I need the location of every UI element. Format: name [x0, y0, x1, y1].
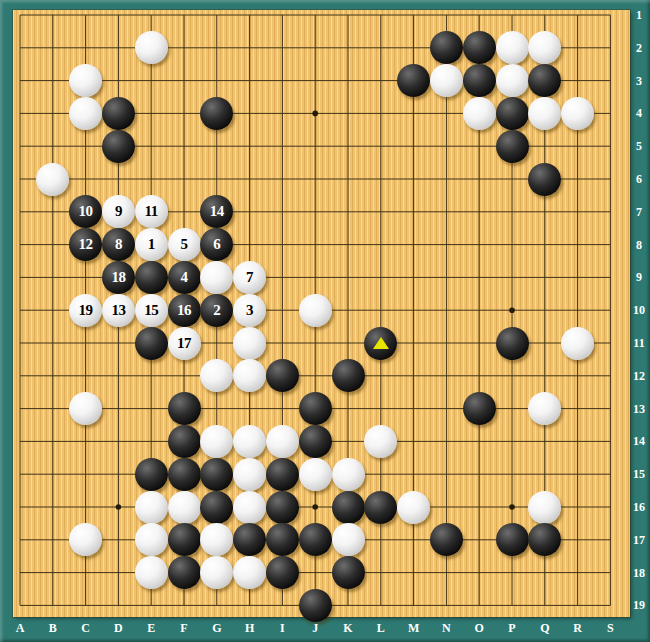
stone-D9[interactable]: 18: [102, 261, 135, 294]
column-label-P: P: [503, 618, 521, 638]
stone-B6[interactable]: [36, 163, 69, 196]
column-label-J: J: [306, 618, 324, 638]
go-board-app: 10911141281561847191315162317 ABCDEFGHIJ…: [0, 0, 650, 642]
move-number: 2: [213, 303, 220, 318]
stone-C10[interactable]: 19: [69, 294, 102, 327]
stone-L16[interactable]: [364, 491, 397, 524]
move-number: 7: [246, 270, 253, 285]
stone-E2[interactable]: [135, 31, 168, 64]
stone-O3[interactable]: [463, 64, 496, 97]
move-number: 16: [177, 303, 191, 318]
stone-F18[interactable]: [168, 556, 201, 589]
row-label-12: 12: [630, 368, 648, 384]
stone-E15[interactable]: [135, 458, 168, 491]
stone-J14[interactable]: [299, 425, 332, 458]
column-label-C: C: [77, 618, 95, 638]
column-label-D: D: [109, 618, 127, 638]
stone-F14[interactable]: [168, 425, 201, 458]
row-label-11: 11: [630, 335, 648, 351]
stone-I12[interactable]: [266, 359, 299, 392]
column-label-L: L: [372, 618, 390, 638]
row-label-16: 16: [630, 499, 648, 515]
stone-O4[interactable]: [463, 97, 496, 130]
move-number: 6: [213, 237, 220, 252]
move-number: 1: [148, 237, 155, 252]
stone-Q4[interactable]: [528, 97, 561, 130]
stone-N2[interactable]: [430, 31, 463, 64]
stone-O2[interactable]: [463, 31, 496, 64]
stone-E11[interactable]: [135, 327, 168, 360]
stone-F8[interactable]: 5: [168, 228, 201, 261]
stone-G14[interactable]: [200, 425, 233, 458]
column-label-M: M: [405, 618, 423, 638]
row-label-8: 8: [630, 237, 648, 253]
stone-E7[interactable]: 11: [135, 195, 168, 228]
column-label-G: G: [208, 618, 226, 638]
stone-E18[interactable]: [135, 556, 168, 589]
stone-M3[interactable]: [397, 64, 430, 97]
stone-H9[interactable]: 7: [233, 261, 266, 294]
stone-J19[interactable]: [299, 589, 332, 622]
stone-R11[interactable]: [561, 327, 594, 360]
move-number: 3: [246, 303, 253, 318]
column-label-F: F: [175, 618, 193, 638]
stone-H18[interactable]: [233, 556, 266, 589]
stone-K16[interactable]: [332, 491, 365, 524]
stone-J10[interactable]: [299, 294, 332, 327]
column-label-Q: Q: [536, 618, 554, 638]
column-label-K: K: [339, 618, 357, 638]
stone-P3[interactable]: [496, 64, 529, 97]
stone-H11[interactable]: [233, 327, 266, 360]
column-label-B: B: [44, 618, 62, 638]
column-label-O: O: [470, 618, 488, 638]
stone-C3[interactable]: [69, 64, 102, 97]
column-label-S: S: [601, 618, 619, 638]
stone-E17[interactable]: [135, 523, 168, 556]
stone-D5[interactable]: [102, 130, 135, 163]
stone-G4[interactable]: [200, 97, 233, 130]
stone-I17[interactable]: [266, 523, 299, 556]
stone-D10[interactable]: 13: [102, 294, 135, 327]
stone-L14[interactable]: [364, 425, 397, 458]
stone-H10[interactable]: 3: [233, 294, 266, 327]
row-label-5: 5: [630, 138, 648, 154]
stone-J15[interactable]: [299, 458, 332, 491]
move-number: 14: [210, 204, 224, 219]
stone-F10[interactable]: 16: [168, 294, 201, 327]
stone-I18[interactable]: [266, 556, 299, 589]
stone-F16[interactable]: [168, 491, 201, 524]
stone-E10[interactable]: 15: [135, 294, 168, 327]
stone-F17[interactable]: [168, 523, 201, 556]
stone-Q16[interactable]: [528, 491, 561, 524]
stone-P5[interactable]: [496, 130, 529, 163]
stone-E8[interactable]: 1: [135, 228, 168, 261]
stone-K17[interactable]: [332, 523, 365, 556]
stone-O13[interactable]: [463, 392, 496, 425]
stone-I14[interactable]: [266, 425, 299, 458]
row-label-3: 3: [630, 73, 648, 89]
stone-F11[interactable]: 17: [168, 327, 201, 360]
move-number: 18: [111, 270, 125, 285]
move-number: 11: [145, 204, 158, 219]
column-label-R: R: [569, 618, 587, 638]
stone-N3[interactable]: [430, 64, 463, 97]
stone-Q6[interactable]: [528, 163, 561, 196]
stone-P17[interactable]: [496, 523, 529, 556]
last-move-triangle-marker: [373, 337, 389, 349]
stone-E9[interactable]: [135, 261, 168, 294]
move-number: 12: [79, 237, 93, 252]
stone-K18[interactable]: [332, 556, 365, 589]
stone-D7[interactable]: 9: [102, 195, 135, 228]
stone-C4[interactable]: [69, 97, 102, 130]
stone-C8[interactable]: 12: [69, 228, 102, 261]
stone-K12[interactable]: [332, 359, 365, 392]
move-number: 9: [115, 204, 122, 219]
stone-C13[interactable]: [69, 392, 102, 425]
stone-G10[interactable]: 2: [200, 294, 233, 327]
row-label-14: 14: [630, 433, 648, 449]
stone-F15[interactable]: [168, 458, 201, 491]
column-label-H: H: [241, 618, 259, 638]
stone-E16[interactable]: [135, 491, 168, 524]
move-number: 4: [181, 270, 188, 285]
stone-K15[interactable]: [332, 458, 365, 491]
column-label-A: A: [11, 618, 29, 638]
move-number: 19: [79, 303, 93, 318]
move-number: 13: [111, 303, 125, 318]
stone-L11[interactable]: [364, 327, 397, 360]
stone-F9[interactable]: 4: [168, 261, 201, 294]
stone-P4[interactable]: [496, 97, 529, 130]
move-number: 8: [115, 237, 122, 252]
row-label-2: 2: [630, 40, 648, 56]
stone-I16[interactable]: [266, 491, 299, 524]
stone-G15[interactable]: [200, 458, 233, 491]
row-label-4: 4: [630, 105, 648, 121]
column-label-N: N: [437, 618, 455, 638]
stone-P11[interactable]: [496, 327, 529, 360]
row-label-18: 18: [630, 565, 648, 581]
move-number: 5: [181, 237, 188, 252]
stone-H16[interactable]: [233, 491, 266, 524]
stone-D4[interactable]: [102, 97, 135, 130]
row-label-15: 15: [630, 466, 648, 482]
move-number: 10: [79, 204, 93, 219]
row-label-1: 1: [630, 7, 648, 23]
row-label-10: 10: [630, 302, 648, 318]
column-label-E: E: [142, 618, 160, 638]
row-label-9: 9: [630, 269, 648, 285]
stone-N17[interactable]: [430, 523, 463, 556]
move-number: 17: [177, 336, 191, 351]
stone-H15[interactable]: [233, 458, 266, 491]
stone-F13[interactable]: [168, 392, 201, 425]
row-label-13: 13: [630, 401, 648, 417]
stone-G9[interactable]: [200, 261, 233, 294]
column-label-I: I: [273, 618, 291, 638]
stone-J17[interactable]: [299, 523, 332, 556]
stone-P2[interactable]: [496, 31, 529, 64]
row-label-7: 7: [630, 204, 648, 220]
row-label-17: 17: [630, 532, 648, 548]
stone-H14[interactable]: [233, 425, 266, 458]
stone-R4[interactable]: [561, 97, 594, 130]
stone-J13[interactable]: [299, 392, 332, 425]
stone-D8[interactable]: 8: [102, 228, 135, 261]
stone-G16[interactable]: [200, 491, 233, 524]
row-label-6: 6: [630, 171, 648, 187]
stone-M16[interactable]: [397, 491, 430, 524]
row-label-19: 19: [630, 597, 648, 613]
stone-I15[interactable]: [266, 458, 299, 491]
move-number: 15: [144, 303, 158, 318]
